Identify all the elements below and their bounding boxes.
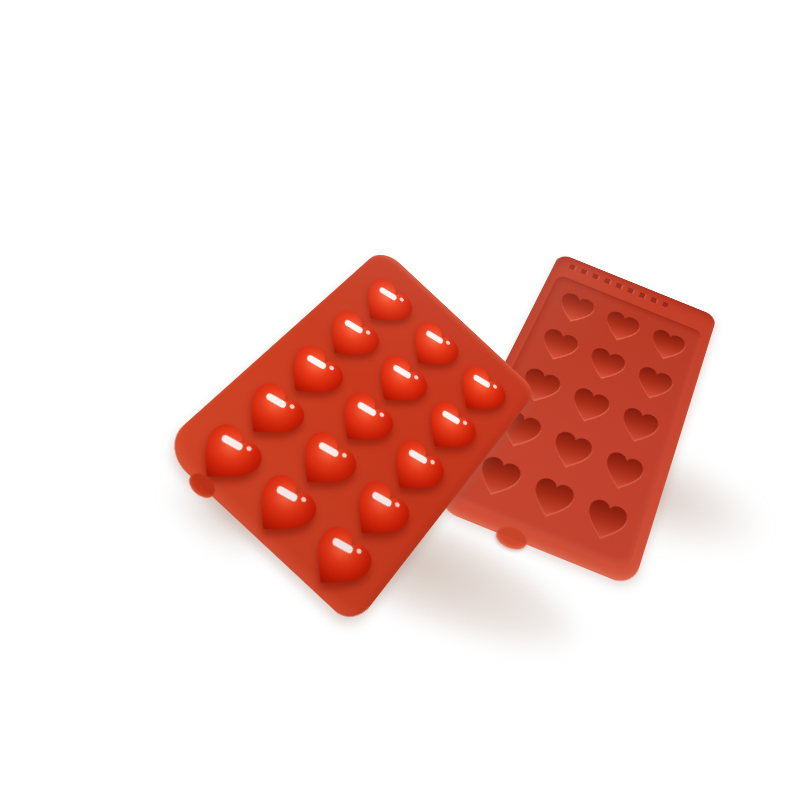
photo-caption: Two red silicone chocolate moulds with f… xyxy=(40,16,41,17)
product-photo-stage: Two red silicone chocolate moulds with f… xyxy=(40,16,800,800)
heart-cavity xyxy=(543,426,598,478)
heart-cavity xyxy=(581,344,631,389)
heart-cavity xyxy=(629,362,677,408)
heart-cavity xyxy=(522,473,580,528)
heart-cavity xyxy=(597,307,644,349)
heart-cavity xyxy=(643,325,689,368)
heart-cavity xyxy=(576,494,632,550)
heart-cavity xyxy=(551,289,600,331)
heart-cavity xyxy=(533,325,584,370)
heart-cavity xyxy=(613,403,664,452)
heart-cavity xyxy=(595,446,648,498)
heart-cavity xyxy=(563,383,615,431)
